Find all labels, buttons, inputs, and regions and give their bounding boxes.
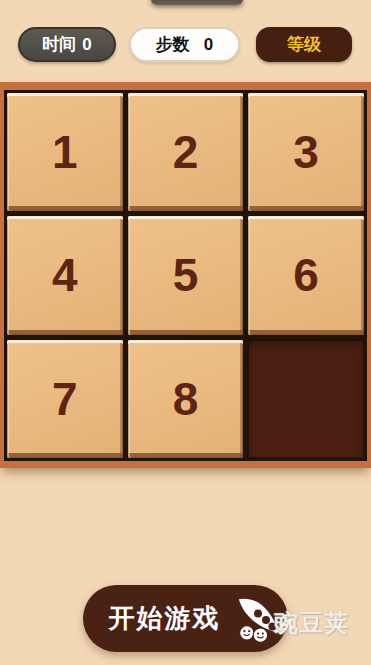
tile-6[interactable]: 6 (248, 216, 364, 334)
puzzle-grid: 12345678 (7, 93, 364, 458)
level-label: 等级 (287, 33, 321, 56)
steps-label: 步数 (156, 33, 190, 56)
steps-display: 步数 0 (129, 27, 240, 62)
tile-7[interactable]: 7 (7, 340, 123, 458)
wandoujia-watermark-text: 豌豆荚 (274, 607, 349, 639)
steps-value: 0 (204, 35, 213, 55)
time-label: 时间 (42, 33, 76, 56)
cutoff-top-element (151, 0, 243, 5)
level-button[interactable]: 等级 (256, 27, 352, 62)
app-screen: 时间 0 步数 0 等级 12345678 开始游戏 (0, 0, 371, 665)
tile-8[interactable]: 8 (128, 340, 244, 458)
tile-1[interactable]: 1 (7, 93, 123, 211)
tile-4[interactable]: 4 (7, 216, 123, 334)
start-game-button[interactable]: 开始游戏 (83, 585, 288, 652)
tile-2[interactable]: 2 (128, 93, 244, 211)
time-display: 时间 0 (18, 27, 116, 62)
tile-3[interactable]: 3 (248, 93, 364, 211)
time-value: 0 (82, 35, 91, 55)
start-game-label: 开始游戏 (109, 601, 221, 636)
puzzle-board: 12345678 (0, 82, 371, 468)
empty-cell (248, 340, 364, 458)
tile-5[interactable]: 5 (128, 216, 244, 334)
